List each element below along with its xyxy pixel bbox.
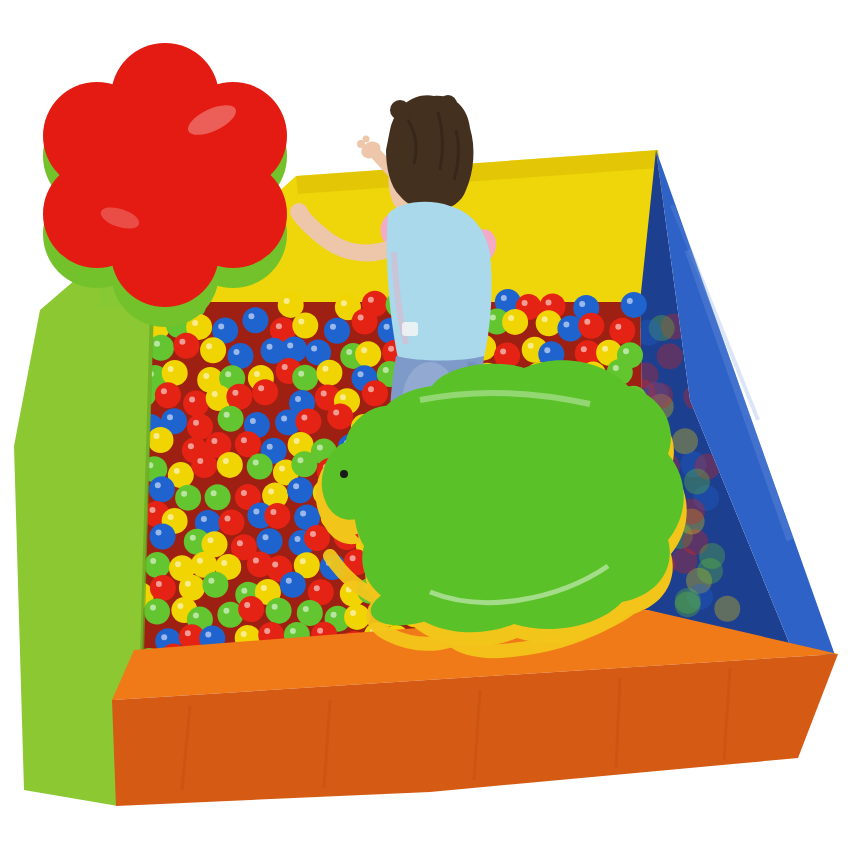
- ball-highlight: [544, 347, 550, 353]
- ball-highlight: [241, 631, 247, 637]
- ball-highlight: [189, 397, 195, 403]
- ball-highlight: [179, 339, 185, 345]
- ball-highlight: [331, 612, 337, 618]
- ball: [155, 382, 181, 408]
- ball-highlight: [563, 322, 569, 328]
- ball-highlight: [346, 349, 352, 355]
- ball-highlight: [508, 315, 514, 321]
- turtle-eye: [340, 470, 348, 478]
- ball-highlight: [542, 316, 548, 322]
- ball-highlight: [154, 341, 160, 347]
- ball-highlight: [293, 483, 299, 489]
- ball-highlight: [263, 534, 269, 540]
- ball-highlight: [528, 343, 534, 349]
- ball-highlight: [193, 613, 199, 619]
- ball-pit-scene: [0, 0, 850, 850]
- ball: [187, 414, 213, 440]
- ball: [202, 572, 228, 598]
- ball-highlight: [388, 346, 394, 352]
- ball-highlight: [500, 348, 506, 354]
- ball-highlight: [197, 558, 203, 564]
- ball-highlight: [168, 514, 174, 520]
- ball: [173, 333, 199, 359]
- ball-highlight: [579, 301, 585, 307]
- ball: [238, 596, 264, 622]
- ghost-ball: [657, 343, 683, 369]
- ball-highlight: [156, 530, 162, 536]
- ball-highlight: [253, 509, 259, 515]
- ball-highlight: [522, 300, 528, 306]
- ball-highlight: [192, 320, 198, 326]
- ball: [228, 343, 254, 369]
- ball-highlight: [224, 412, 230, 418]
- ball-highlight: [270, 509, 276, 515]
- ball: [175, 485, 201, 511]
- ball-highlight: [253, 460, 259, 466]
- ball-highlight: [190, 535, 196, 541]
- ball-highlight: [241, 437, 247, 443]
- ball: [217, 452, 243, 478]
- ball: [144, 552, 170, 578]
- ball: [280, 572, 306, 598]
- ball-highlight: [150, 605, 156, 611]
- ball-highlight: [282, 364, 288, 370]
- ball-highlight: [234, 349, 240, 355]
- ball-highlight: [627, 298, 633, 304]
- ball-highlight: [303, 606, 309, 612]
- ball-highlight: [276, 323, 282, 329]
- ball-highlight: [185, 581, 191, 587]
- ball: [344, 604, 370, 630]
- ball-highlight: [314, 585, 320, 591]
- ball-highlight: [300, 558, 306, 564]
- ball-highlight: [581, 346, 587, 352]
- ball-highlight: [201, 516, 207, 522]
- ball: [621, 292, 647, 318]
- shirt-tag: [402, 322, 418, 336]
- ball: [327, 404, 353, 430]
- ball-highlight: [241, 588, 247, 594]
- ball-highlight: [330, 324, 336, 330]
- ball-highlight: [350, 610, 356, 616]
- ball: [144, 599, 170, 625]
- ball-highlight: [341, 300, 347, 306]
- flower-cushion: [43, 43, 287, 327]
- ball: [191, 452, 217, 478]
- ball-highlight: [350, 555, 356, 561]
- ball: [324, 318, 350, 344]
- ball: [162, 360, 188, 386]
- ball-highlight: [615, 324, 621, 330]
- ball: [183, 391, 209, 417]
- ball-highlight: [311, 345, 317, 351]
- ball-highlight: [225, 371, 231, 377]
- ball-highlight: [272, 562, 278, 568]
- ball-highlight: [300, 510, 306, 516]
- turtle-body: [354, 360, 684, 632]
- ball: [149, 476, 175, 502]
- ball-highlight: [340, 394, 346, 400]
- ghost-ball: [684, 469, 710, 495]
- ball: [200, 337, 226, 363]
- ball: [266, 598, 292, 624]
- ball-highlight: [185, 630, 191, 636]
- ball-highlight: [161, 634, 167, 640]
- ball-highlight: [221, 560, 227, 566]
- ball-highlight: [584, 319, 590, 325]
- ball: [247, 454, 273, 480]
- ball: [295, 408, 321, 434]
- ball-highlight: [295, 536, 301, 542]
- ball: [291, 451, 317, 477]
- ball-highlight: [287, 343, 293, 349]
- ball-highlight: [218, 323, 224, 329]
- hair-curl: [390, 100, 410, 120]
- ball-highlight: [268, 489, 274, 495]
- ghost-ball: [672, 428, 698, 454]
- ball-highlight: [284, 298, 290, 304]
- ball-highlight: [237, 540, 243, 546]
- ball: [219, 509, 245, 535]
- ball: [352, 309, 378, 335]
- ball: [609, 318, 635, 344]
- ball: [257, 528, 283, 554]
- ball-highlight: [197, 458, 203, 464]
- ball-highlight: [602, 346, 608, 352]
- ball-highlight: [177, 603, 183, 609]
- ball: [179, 575, 205, 601]
- ball-highlight: [301, 414, 307, 420]
- ball-highlight: [298, 319, 304, 325]
- ball-highlight: [205, 632, 211, 638]
- ball-highlight: [208, 578, 214, 584]
- product-photo: [0, 0, 850, 850]
- ball-highlight: [254, 371, 260, 377]
- ball: [205, 484, 231, 510]
- ball-highlight: [501, 295, 507, 301]
- hair-curl: [439, 95, 457, 113]
- ball: [218, 406, 244, 432]
- ball-highlight: [167, 414, 173, 420]
- ghost-ball: [675, 588, 701, 614]
- ball: [297, 600, 323, 626]
- ball-highlight: [361, 347, 367, 353]
- ball-highlight: [281, 415, 287, 421]
- ball-highlight: [244, 602, 250, 608]
- ball: [292, 313, 318, 339]
- ball-highlight: [286, 578, 292, 584]
- ball-highlight: [155, 482, 161, 488]
- ball: [578, 313, 604, 339]
- ball-highlight: [295, 396, 301, 402]
- ball-highlight: [490, 315, 496, 321]
- ball-highlight: [294, 438, 300, 444]
- ball-highlight: [267, 344, 273, 350]
- ghost-ball: [714, 596, 740, 622]
- ball-highlight: [174, 468, 180, 474]
- ball-highlight: [322, 366, 328, 372]
- ball-highlight: [212, 391, 218, 397]
- ball-highlight: [317, 628, 323, 634]
- ball-highlight: [290, 628, 296, 634]
- ball-highlight: [211, 438, 217, 444]
- ball-highlight: [154, 433, 160, 439]
- ball-highlight: [150, 558, 156, 564]
- ball-highlight: [168, 366, 174, 372]
- ball-highlight: [241, 490, 247, 496]
- ball: [316, 360, 342, 386]
- ghost-ball: [671, 548, 697, 574]
- ball-highlight: [223, 458, 229, 464]
- ball-highlight: [368, 386, 374, 392]
- ball-highlight: [368, 297, 374, 303]
- ball-highlight: [250, 418, 256, 424]
- ball: [287, 477, 313, 503]
- ball: [362, 380, 388, 406]
- ball-highlight: [150, 507, 156, 513]
- ball-highlight: [310, 531, 316, 537]
- ball-highlight: [208, 537, 214, 543]
- ball-highlight: [333, 410, 339, 416]
- ball: [536, 310, 562, 336]
- ball-highlight: [321, 391, 327, 397]
- ball-highlight: [613, 365, 619, 371]
- ball: [235, 431, 261, 457]
- ball-highlight: [161, 388, 167, 394]
- ball-highlight: [206, 343, 212, 349]
- ball-highlight: [188, 443, 194, 449]
- ball: [252, 379, 278, 405]
- ball-highlight: [181, 491, 187, 497]
- ball-highlight: [232, 390, 238, 396]
- ball-highlight: [297, 457, 303, 463]
- ball-highlight: [225, 515, 231, 521]
- ball-highlight: [175, 561, 181, 567]
- ball-highlight: [298, 371, 304, 377]
- ball: [355, 341, 381, 367]
- ball: [148, 427, 174, 453]
- ball-highlight: [384, 324, 390, 330]
- ball: [150, 524, 176, 550]
- ball-highlight: [264, 628, 270, 634]
- ball: [242, 307, 268, 333]
- ball-highlight: [248, 313, 254, 319]
- ball-highlight: [623, 348, 629, 354]
- ball: [264, 503, 290, 529]
- ball-highlight: [211, 490, 217, 496]
- ball-highlight: [358, 371, 364, 377]
- ball-highlight: [258, 385, 264, 391]
- ball-highlight: [193, 420, 199, 426]
- ball: [292, 365, 318, 391]
- ball-highlight: [546, 299, 552, 305]
- ball-highlight: [253, 557, 259, 563]
- ball-highlight: [156, 581, 162, 587]
- ball-highlight: [317, 445, 323, 451]
- ball-highlight: [358, 315, 364, 321]
- ball: [150, 575, 176, 601]
- ball-highlight: [261, 585, 267, 591]
- ball-highlight: [383, 367, 389, 373]
- ball-highlight: [203, 373, 209, 379]
- ball-highlight: [279, 465, 285, 471]
- ghost-ball: [699, 543, 725, 569]
- ball-highlight: [267, 444, 273, 450]
- raised-hand-finger: [363, 136, 370, 143]
- ball: [502, 309, 528, 335]
- ball-highlight: [223, 608, 229, 614]
- ball-highlight: [272, 604, 278, 610]
- hand-on-flower: [290, 203, 308, 221]
